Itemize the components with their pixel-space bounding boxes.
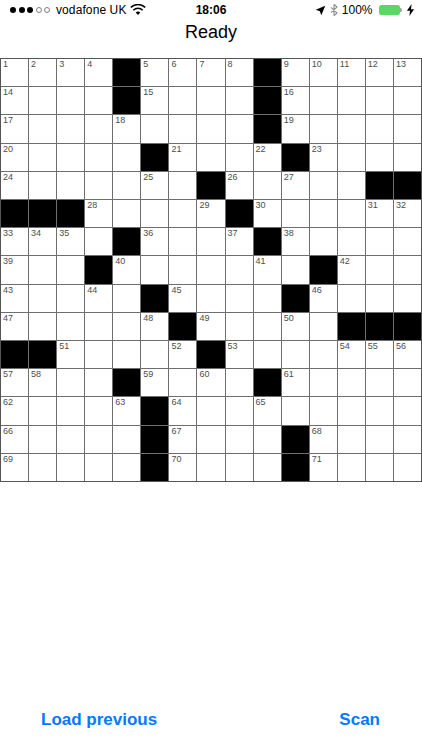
white-cell[interactable]: [254, 172, 281, 199]
white-cell[interactable]: [141, 341, 168, 368]
white-cell[interactable]: [29, 454, 56, 481]
white-cell[interactable]: 7: [197, 59, 224, 86]
white-cell[interactable]: [310, 341, 337, 368]
white-cell[interactable]: [394, 144, 421, 171]
white-cell[interactable]: [394, 256, 421, 283]
cell-number: 33: [3, 229, 13, 238]
black-cell: [57, 200, 84, 227]
white-cell[interactable]: 46: [310, 285, 337, 312]
cell-number: 46: [312, 286, 322, 295]
black-cell: [141, 426, 168, 453]
cell-number: 44: [87, 286, 97, 295]
cell-number: 5: [143, 60, 148, 69]
white-cell[interactable]: 39: [1, 256, 28, 283]
cell-number: 21: [171, 145, 181, 154]
white-cell[interactable]: [141, 256, 168, 283]
black-cell: [366, 172, 393, 199]
cell-number: 48: [143, 314, 153, 323]
white-cell[interactable]: 61: [282, 369, 309, 396]
scan-button[interactable]: Scan: [339, 710, 380, 730]
bottom-toolbar: Load previous Scan: [0, 703, 422, 737]
white-cell[interactable]: [226, 426, 253, 453]
white-cell[interactable]: [141, 115, 168, 142]
cell-number: 54: [340, 342, 350, 351]
white-cell[interactable]: 23: [310, 144, 337, 171]
white-cell[interactable]: [338, 397, 365, 424]
white-cell[interactable]: [113, 454, 140, 481]
white-cell[interactable]: [197, 87, 224, 114]
white-cell[interactable]: [394, 228, 421, 255]
white-cell[interactable]: [57, 313, 84, 340]
white-cell[interactable]: [366, 454, 393, 481]
white-cell[interactable]: [197, 115, 224, 142]
black-cell: [197, 341, 224, 368]
black-cell: [29, 200, 56, 227]
black-cell: [394, 313, 421, 340]
white-cell[interactable]: [197, 256, 224, 283]
cell-number: 45: [171, 286, 181, 295]
white-cell[interactable]: 34: [29, 228, 56, 255]
white-cell[interactable]: [57, 115, 84, 142]
cell-number: 14: [3, 88, 13, 97]
white-cell[interactable]: 48: [141, 313, 168, 340]
white-cell[interactable]: 45: [169, 285, 196, 312]
white-cell[interactable]: 56: [394, 341, 421, 368]
black-cell: [310, 256, 337, 283]
cell-number: 55: [368, 342, 378, 351]
white-cell[interactable]: [394, 454, 421, 481]
white-cell[interactable]: [29, 172, 56, 199]
white-cell[interactable]: [85, 87, 112, 114]
black-cell: [254, 115, 281, 142]
white-cell[interactable]: 49: [197, 313, 224, 340]
white-cell[interactable]: [197, 285, 224, 312]
cell-number: 66: [3, 427, 13, 436]
white-cell[interactable]: [57, 397, 84, 424]
white-cell[interactable]: 8: [226, 59, 253, 86]
black-cell: [197, 172, 224, 199]
white-cell[interactable]: 59: [141, 369, 168, 396]
cell-number: 62: [3, 398, 13, 407]
white-cell[interactable]: [113, 285, 140, 312]
cell-number: 61: [284, 370, 294, 379]
white-cell[interactable]: [85, 341, 112, 368]
white-cell[interactable]: [282, 397, 309, 424]
cell-number: 63: [115, 398, 125, 407]
white-cell[interactable]: [226, 454, 253, 481]
cell-number: 6: [171, 60, 176, 69]
cell-number: 29: [199, 201, 209, 210]
black-cell: [254, 228, 281, 255]
cell-number: 4: [87, 60, 92, 69]
white-cell[interactable]: 11: [338, 59, 365, 86]
white-cell[interactable]: [57, 172, 84, 199]
cell-number: 35: [59, 229, 69, 238]
white-cell[interactable]: [366, 228, 393, 255]
white-cell[interactable]: 5: [141, 59, 168, 86]
white-cell[interactable]: [338, 228, 365, 255]
cell-number: 30: [256, 201, 266, 210]
black-cell: [394, 172, 421, 199]
white-cell[interactable]: 3: [57, 59, 84, 86]
white-cell[interactable]: [29, 256, 56, 283]
white-cell[interactable]: [366, 115, 393, 142]
white-cell[interactable]: [310, 200, 337, 227]
signal-dot: [10, 7, 16, 13]
black-cell: [113, 59, 140, 86]
black-cell: [254, 87, 281, 114]
white-cell[interactable]: [366, 256, 393, 283]
cell-number: 36: [143, 229, 153, 238]
white-cell[interactable]: [57, 144, 84, 171]
black-cell: [141, 285, 168, 312]
white-cell[interactable]: 63: [113, 397, 140, 424]
white-cell[interactable]: 29: [197, 200, 224, 227]
cell-number: 2: [31, 60, 36, 69]
white-cell[interactable]: [169, 369, 196, 396]
black-cell: [282, 454, 309, 481]
white-cell[interactable]: [29, 426, 56, 453]
white-cell[interactable]: 15: [141, 87, 168, 114]
cell-number: 15: [143, 88, 153, 97]
white-cell[interactable]: [29, 397, 56, 424]
white-cell[interactable]: 43: [1, 285, 28, 312]
cell-number: 28: [87, 201, 97, 210]
white-cell[interactable]: 21: [169, 144, 196, 171]
white-cell[interactable]: 10: [310, 59, 337, 86]
white-cell[interactable]: [366, 397, 393, 424]
cell-number: 1: [3, 60, 8, 69]
page-title: Ready: [0, 22, 422, 43]
cell-number: 50: [284, 314, 294, 323]
white-cell[interactable]: 54: [338, 341, 365, 368]
white-cell[interactable]: 47: [1, 313, 28, 340]
white-cell[interactable]: [226, 369, 253, 396]
black-cell: [254, 59, 281, 86]
white-cell[interactable]: 1: [1, 59, 28, 86]
white-cell[interactable]: [85, 115, 112, 142]
black-cell: [141, 454, 168, 481]
white-cell[interactable]: [394, 426, 421, 453]
cell-number: 56: [396, 342, 406, 351]
black-cell: [1, 341, 28, 368]
cell-number: 59: [143, 370, 153, 379]
white-cell[interactable]: [169, 87, 196, 114]
white-cell[interactable]: 19: [282, 115, 309, 142]
cell-number: 52: [171, 342, 181, 351]
white-cell[interactable]: 60: [197, 369, 224, 396]
cell-number: 71: [312, 455, 322, 464]
white-cell[interactable]: [254, 426, 281, 453]
white-cell[interactable]: 36: [141, 228, 168, 255]
white-cell[interactable]: [57, 454, 84, 481]
white-cell[interactable]: [394, 87, 421, 114]
white-cell[interactable]: 9: [282, 59, 309, 86]
cell-number: 24: [3, 173, 13, 182]
white-cell[interactable]: [338, 115, 365, 142]
white-cell[interactable]: [226, 144, 253, 171]
cell-number: 22: [256, 145, 266, 154]
white-cell[interactable]: 65: [254, 397, 281, 424]
cell-number: 65: [256, 398, 266, 407]
white-cell[interactable]: [282, 341, 309, 368]
white-cell[interactable]: [254, 341, 281, 368]
white-cell[interactable]: [197, 426, 224, 453]
white-cell[interactable]: [254, 454, 281, 481]
cell-number: 57: [3, 370, 13, 379]
white-cell[interactable]: [169, 256, 196, 283]
black-cell: [85, 256, 112, 283]
crossword-grid[interactable]: 1234567891011121314151617181920212223242…: [0, 58, 422, 482]
white-cell[interactable]: [29, 313, 56, 340]
white-cell[interactable]: [254, 285, 281, 312]
white-cell[interactable]: 64: [169, 397, 196, 424]
white-cell[interactable]: [338, 454, 365, 481]
white-cell[interactable]: 66: [1, 426, 28, 453]
white-cell[interactable]: [197, 228, 224, 255]
black-cell: [282, 285, 309, 312]
white-cell[interactable]: [366, 426, 393, 453]
white-cell[interactable]: 27: [282, 172, 309, 199]
white-cell[interactable]: [394, 369, 421, 396]
white-cell[interactable]: 12: [366, 59, 393, 86]
white-cell[interactable]: [169, 172, 196, 199]
cell-number: 9: [284, 60, 289, 69]
white-cell[interactable]: [85, 228, 112, 255]
cell-number: 27: [284, 173, 294, 182]
white-cell[interactable]: [85, 369, 112, 396]
white-cell[interactable]: [29, 87, 56, 114]
cell-number: 70: [171, 455, 181, 464]
white-cell[interactable]: [366, 369, 393, 396]
white-cell[interactable]: 4: [85, 59, 112, 86]
cell-number: 26: [228, 173, 238, 182]
white-cell[interactable]: 58: [29, 369, 56, 396]
white-cell[interactable]: [226, 397, 253, 424]
white-cell[interactable]: [282, 200, 309, 227]
white-cell[interactable]: [169, 115, 196, 142]
cell-number: 32: [396, 201, 406, 210]
cell-number: 10: [312, 60, 322, 69]
white-cell[interactable]: [226, 115, 253, 142]
white-cell[interactable]: 24: [1, 172, 28, 199]
white-cell[interactable]: [366, 144, 393, 171]
white-cell[interactable]: 37: [226, 228, 253, 255]
white-cell[interactable]: [310, 172, 337, 199]
white-cell[interactable]: [338, 369, 365, 396]
cell-number: 53: [228, 342, 238, 351]
white-cell[interactable]: [113, 200, 140, 227]
white-cell[interactable]: [113, 172, 140, 199]
white-cell[interactable]: [85, 454, 112, 481]
white-cell[interactable]: 69: [1, 454, 28, 481]
charging-bolt-icon: [406, 4, 415, 16]
white-cell[interactable]: [310, 313, 337, 340]
white-cell[interactable]: 35: [57, 228, 84, 255]
white-cell[interactable]: [113, 144, 140, 171]
white-cell[interactable]: [310, 115, 337, 142]
white-cell[interactable]: 6: [169, 59, 196, 86]
white-cell[interactable]: 33: [1, 228, 28, 255]
cell-number: 31: [368, 201, 378, 210]
white-cell[interactable]: [85, 172, 112, 199]
white-cell[interactable]: 38: [282, 228, 309, 255]
white-cell[interactable]: [29, 144, 56, 171]
white-cell[interactable]: [226, 285, 253, 312]
wifi-icon: [130, 4, 146, 16]
white-cell[interactable]: [85, 426, 112, 453]
white-cell[interactable]: [226, 256, 253, 283]
white-cell[interactable]: [366, 87, 393, 114]
white-cell[interactable]: [85, 313, 112, 340]
white-cell[interactable]: [57, 87, 84, 114]
white-cell[interactable]: [113, 426, 140, 453]
white-cell[interactable]: [394, 285, 421, 312]
white-cell[interactable]: 16: [282, 87, 309, 114]
cell-number: 7: [199, 60, 204, 69]
black-cell: [366, 313, 393, 340]
white-cell[interactable]: [57, 369, 84, 396]
white-cell[interactable]: [57, 256, 84, 283]
white-cell[interactable]: 52: [169, 341, 196, 368]
status-bar: vodafone UK 18:06 100%: [0, 0, 422, 20]
white-cell[interactable]: 28: [85, 200, 112, 227]
white-cell[interactable]: 70: [169, 454, 196, 481]
black-cell: [141, 144, 168, 171]
cell-number: 13: [396, 60, 406, 69]
white-cell[interactable]: [338, 172, 365, 199]
cell-number: 47: [3, 314, 13, 323]
black-cell: [338, 313, 365, 340]
white-cell[interactable]: [226, 87, 253, 114]
black-cell: [169, 313, 196, 340]
white-cell[interactable]: 22: [254, 144, 281, 171]
white-cell[interactable]: [85, 397, 112, 424]
white-cell[interactable]: [226, 313, 253, 340]
white-cell[interactable]: 2: [29, 59, 56, 86]
signal-strength-icon: [10, 7, 50, 13]
cell-number: 8: [228, 60, 233, 69]
white-cell[interactable]: [310, 87, 337, 114]
cell-number: 41: [256, 257, 266, 266]
cell-number: 18: [115, 116, 125, 125]
white-cell[interactable]: 68: [310, 426, 337, 453]
white-cell[interactable]: [338, 200, 365, 227]
clock: 18:06: [196, 3, 227, 17]
white-cell[interactable]: 13: [394, 59, 421, 86]
cell-number: 3: [59, 60, 64, 69]
white-cell[interactable]: 53: [226, 341, 253, 368]
cell-number: 11: [340, 60, 349, 69]
white-cell[interactable]: 30: [254, 200, 281, 227]
white-cell[interactable]: 57: [1, 369, 28, 396]
white-cell[interactable]: 71: [310, 454, 337, 481]
black-cell: [29, 341, 56, 368]
black-cell: [282, 144, 309, 171]
signal-dot: [36, 7, 42, 13]
white-cell[interactable]: 44: [85, 285, 112, 312]
white-cell[interactable]: [338, 285, 365, 312]
cell-number: 39: [3, 257, 13, 266]
white-cell[interactable]: 55: [366, 341, 393, 368]
white-cell[interactable]: [394, 115, 421, 142]
white-cell[interactable]: [169, 200, 196, 227]
white-cell[interactable]: [29, 285, 56, 312]
white-cell[interactable]: [141, 200, 168, 227]
white-cell[interactable]: 40: [113, 256, 140, 283]
load-previous-button[interactable]: Load previous: [41, 710, 157, 730]
white-cell[interactable]: 50: [282, 313, 309, 340]
white-cell[interactable]: 41: [254, 256, 281, 283]
white-cell[interactable]: [254, 313, 281, 340]
cell-number: 23: [312, 145, 322, 154]
signal-dot: [19, 7, 25, 13]
white-cell[interactable]: [169, 228, 196, 255]
cell-number: 16: [284, 88, 294, 97]
white-cell[interactable]: [113, 341, 140, 368]
white-cell[interactable]: [57, 426, 84, 453]
signal-dot: [27, 7, 33, 13]
white-cell[interactable]: [310, 397, 337, 424]
cell-number: 20: [3, 145, 13, 154]
cell-number: 37: [228, 229, 238, 238]
white-cell[interactable]: [366, 285, 393, 312]
white-cell[interactable]: [197, 397, 224, 424]
white-cell[interactable]: 32: [394, 200, 421, 227]
black-cell: [282, 426, 309, 453]
cell-number: 43: [3, 286, 13, 295]
white-cell[interactable]: [197, 144, 224, 171]
white-cell[interactable]: 42: [338, 256, 365, 283]
white-cell[interactable]: [394, 397, 421, 424]
white-cell[interactable]: [282, 256, 309, 283]
white-cell[interactable]: [338, 426, 365, 453]
white-cell[interactable]: 14: [1, 87, 28, 114]
cell-number: 19: [284, 116, 294, 125]
white-cell[interactable]: [310, 228, 337, 255]
white-cell[interactable]: [338, 87, 365, 114]
white-cell[interactable]: [29, 115, 56, 142]
white-cell[interactable]: 67: [169, 426, 196, 453]
white-cell[interactable]: 51: [57, 341, 84, 368]
white-cell[interactable]: 26: [226, 172, 253, 199]
black-cell: [254, 369, 281, 396]
white-cell[interactable]: [57, 285, 84, 312]
white-cell[interactable]: 25: [141, 172, 168, 199]
black-cell: [113, 369, 140, 396]
white-cell[interactable]: [113, 313, 140, 340]
white-cell[interactable]: [197, 454, 224, 481]
black-cell: [113, 87, 140, 114]
white-cell[interactable]: 17: [1, 115, 28, 142]
black-cell: [141, 397, 168, 424]
cell-number: 12: [368, 60, 378, 69]
black-cell: [113, 228, 140, 255]
bluetooth-icon: [330, 4, 338, 16]
white-cell[interactable]: 18: [113, 115, 140, 142]
white-cell[interactable]: [85, 144, 112, 171]
cell-number: 40: [115, 257, 125, 266]
cell-number: 42: [340, 257, 350, 266]
cell-number: 38: [284, 229, 294, 238]
battery-percent-label: 100%: [342, 3, 373, 17]
white-cell[interactable]: 62: [1, 397, 28, 424]
white-cell[interactable]: 31: [366, 200, 393, 227]
white-cell[interactable]: [338, 144, 365, 171]
white-cell[interactable]: [310, 369, 337, 396]
white-cell[interactable]: 20: [1, 144, 28, 171]
cell-number: 58: [31, 370, 41, 379]
